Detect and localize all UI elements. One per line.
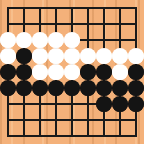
black-stone: ● [80,80,96,96]
white-stone: ● [112,64,128,80]
white-stone: ● [32,32,48,48]
go-board[interactable]: ●●●●●●●●●●●●●●●●●●●●●●●●●●●●●●●●●●● [0,0,144,144]
black-stone: ● [128,80,144,96]
black-stone: ● [48,80,64,96]
white-stone: ● [0,48,16,64]
black-stone: ● [112,80,128,96]
white-stone: ● [0,32,16,48]
white-stone: ● [48,32,64,48]
black-stone: ● [128,96,144,112]
white-stone: ● [96,48,112,64]
stones-layer: ●●●●●●●●●●●●●●●●●●●●●●●●●●●●●●●●●●● [0,0,144,144]
black-stone: ● [16,48,32,64]
white-stone: ● [64,64,80,80]
white-stone: ● [32,48,48,64]
black-stone: ● [16,80,32,96]
black-stone: ● [64,80,80,96]
white-stone: ● [128,48,144,64]
black-stone: ● [32,80,48,96]
black-stone: ● [0,80,16,96]
white-stone: ● [112,48,128,64]
black-stone: ● [96,80,112,96]
white-stone: ● [48,48,64,64]
white-stone: ● [32,64,48,80]
black-stone: ● [96,64,112,80]
white-stone: ● [48,64,64,80]
black-stone: ● [128,64,144,80]
black-stone: ● [112,96,128,112]
white-stone: ● [64,48,80,64]
white-stone: ● [16,32,32,48]
black-stone: ● [0,64,16,80]
black-stone: ● [96,96,112,112]
white-stone: ● [80,48,96,64]
black-stone: ● [80,64,96,80]
black-stone: ● [16,64,32,80]
white-stone: ● [64,32,80,48]
